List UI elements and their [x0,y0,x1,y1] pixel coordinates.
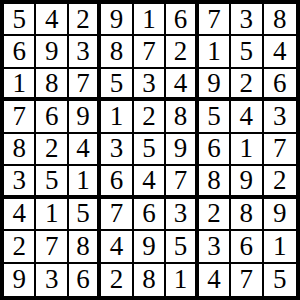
sudoku-cell[interactable]: 5 [134,134,166,166]
sudoku-cell[interactable]: 1 [264,231,296,263]
sudoku-cell[interactable]: 9 [199,69,231,101]
sudoku-cell[interactable]: 2 [4,231,36,263]
sudoku-cell[interactable]: 6 [134,199,166,231]
sudoku-cell[interactable]: 5 [4,4,36,36]
sudoku-cell[interactable]: 2 [36,134,68,166]
sudoku-cell[interactable]: 3 [264,101,296,133]
sudoku-cell[interactable]: 2 [101,264,133,296]
sudoku-cell[interactable]: 8 [264,4,296,36]
sudoku-cell[interactable]: 9 [231,166,263,198]
sudoku-cell[interactable]: 9 [264,199,296,231]
sudoku-cell[interactable]: 9 [36,36,68,68]
sudoku-cell[interactable]: 5 [36,166,68,198]
sudoku-cell[interactable]: 9 [69,101,101,133]
sudoku-cell[interactable]: 6 [199,134,231,166]
sudoku-cell[interactable]: 2 [134,101,166,133]
sudoku-cell[interactable]: 1 [36,199,68,231]
sudoku-cell[interactable]: 3 [134,69,166,101]
sudoku-cell[interactable]: 7 [199,4,231,36]
sudoku-cell[interactable]: 4 [231,101,263,133]
sudoku-cell[interactable]: 1 [4,69,36,101]
sudoku-cell[interactable]: 5 [101,69,133,101]
sudoku-cell[interactable]: 8 [231,199,263,231]
sudoku-cell[interactable]: 3 [69,36,101,68]
sudoku-cell[interactable]: 1 [231,134,263,166]
sudoku-board: 5429167386938721541875349267691285438243… [0,0,300,300]
sudoku-cell[interactable]: 4 [166,69,198,101]
sudoku-cell[interactable]: 1 [69,166,101,198]
sudoku-cell[interactable]: 3 [231,4,263,36]
sudoku-cell[interactable]: 5 [166,231,198,263]
sudoku-cell[interactable]: 9 [134,231,166,263]
sudoku-cell[interactable]: 6 [69,264,101,296]
sudoku-cell[interactable]: 3 [4,166,36,198]
sudoku-cell[interactable]: 4 [134,166,166,198]
sudoku-cell[interactable]: 5 [264,264,296,296]
sudoku-cell[interactable]: 2 [166,36,198,68]
sudoku-cell[interactable]: 6 [166,4,198,36]
sudoku-cell[interactable]: 6 [4,36,36,68]
sudoku-cell[interactable]: 8 [101,36,133,68]
sudoku-cell[interactable]: 8 [36,69,68,101]
sudoku-cell[interactable]: 3 [101,134,133,166]
sudoku-cell[interactable]: 4 [36,4,68,36]
sudoku-cell[interactable]: 7 [4,101,36,133]
sudoku-cell[interactable]: 5 [69,199,101,231]
sudoku-cell[interactable]: 7 [101,199,133,231]
sudoku-cell[interactable]: 8 [199,166,231,198]
sudoku-cell[interactable]: 4 [264,36,296,68]
sudoku-cell[interactable]: 3 [36,264,68,296]
sudoku-cell[interactable]: 4 [101,231,133,263]
sudoku-cell[interactable]: 9 [166,134,198,166]
sudoku-cell[interactable]: 7 [134,36,166,68]
sudoku-cell[interactable]: 7 [166,166,198,198]
sudoku-cell[interactable]: 8 [4,134,36,166]
sudoku-cell[interactable]: 5 [231,36,263,68]
sudoku-cell[interactable]: 3 [199,231,231,263]
sudoku-cell[interactable]: 6 [264,69,296,101]
sudoku-cell[interactable]: 8 [134,264,166,296]
sudoku-cell[interactable]: 3 [166,199,198,231]
sudoku-cell[interactable]: 1 [134,4,166,36]
sudoku-cell[interactable]: 6 [101,166,133,198]
sudoku-cell[interactable]: 5 [199,101,231,133]
sudoku-cell[interactable]: 7 [69,69,101,101]
sudoku-cell[interactable]: 9 [101,4,133,36]
sudoku-cell[interactable]: 7 [36,231,68,263]
sudoku-cell[interactable]: 4 [4,199,36,231]
sudoku-cell[interactable]: 8 [166,101,198,133]
sudoku-cell[interactable]: 7 [264,134,296,166]
sudoku-cell[interactable]: 2 [231,69,263,101]
sudoku-cell[interactable]: 1 [199,36,231,68]
sudoku-cell[interactable]: 6 [231,231,263,263]
sudoku-cell[interactable]: 1 [166,264,198,296]
sudoku-cell[interactable]: 1 [101,101,133,133]
sudoku-cell[interactable]: 6 [36,101,68,133]
sudoku-cell[interactable]: 2 [69,4,101,36]
sudoku-cell[interactable]: 4 [69,134,101,166]
sudoku-cell[interactable]: 2 [199,199,231,231]
sudoku-cell[interactable]: 8 [69,231,101,263]
sudoku-cell[interactable]: 7 [231,264,263,296]
sudoku-cell[interactable]: 9 [4,264,36,296]
sudoku-cell[interactable]: 2 [264,166,296,198]
sudoku-cell[interactable]: 4 [199,264,231,296]
